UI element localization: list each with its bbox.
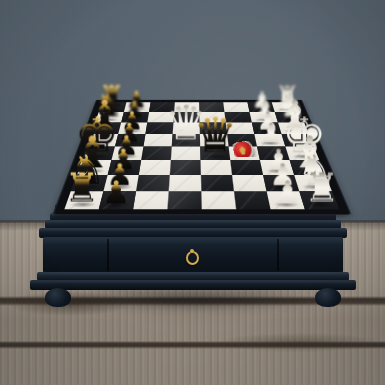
piece-shadow bbox=[121, 129, 142, 133]
board-square: ♞ bbox=[70, 175, 107, 191]
board-square: ♜ bbox=[299, 191, 339, 209]
board-square bbox=[230, 160, 263, 175]
board-square bbox=[86, 134, 118, 146]
board-square bbox=[223, 102, 249, 112]
board-square: ♝ bbox=[277, 123, 308, 134]
board-square: ♞ bbox=[94, 112, 123, 123]
board-square bbox=[200, 160, 231, 175]
board-square: ♝ bbox=[76, 160, 111, 175]
board-square bbox=[169, 160, 200, 175]
piece-shadow bbox=[115, 154, 138, 159]
board-square: ♟ bbox=[118, 123, 147, 134]
board-square: ♟ bbox=[262, 175, 298, 191]
piece-shadow bbox=[68, 201, 95, 208]
piece-shadow bbox=[279, 118, 300, 122]
board-square: ♟ bbox=[254, 134, 285, 146]
black-bishop: ♝ bbox=[87, 95, 122, 134]
board-square bbox=[200, 175, 233, 191]
piece-shadow bbox=[256, 129, 277, 133]
board-square bbox=[233, 191, 269, 209]
board-square bbox=[138, 160, 170, 175]
board-square: ♝ bbox=[289, 160, 325, 175]
piece-shadow bbox=[272, 201, 299, 208]
board-square: ♛ bbox=[171, 134, 199, 146]
board-square bbox=[225, 123, 254, 134]
board-square bbox=[149, 102, 175, 112]
board-square bbox=[199, 134, 228, 146]
board-grid: ♜♟♟♜♞♟♟♞♝♟♟♝♟♛♟♚♟♛♚♝♟♟♝♞♟♟♞♜♟♟♜ bbox=[64, 102, 339, 209]
board-square bbox=[228, 147, 259, 161]
piece-shadow bbox=[102, 108, 122, 112]
board-square: ♟ bbox=[266, 191, 304, 209]
piece-shadow bbox=[118, 141, 140, 146]
piece-shadow bbox=[127, 108, 146, 112]
board-3d-stage: ♜♟♟♜♞♟♟♞♝♟♟♝♟♛♟♚♟♛♚♝♟♟♝♞♟♟♞♜♟♟♜ bbox=[0, 0, 385, 385]
black-pawn: ♟ bbox=[126, 89, 147, 112]
piece-shadow bbox=[103, 201, 130, 208]
piece-shadow bbox=[276, 108, 296, 112]
board-square: ♞ bbox=[274, 112, 303, 123]
board-square: ♟ bbox=[259, 160, 293, 175]
board-square bbox=[201, 191, 236, 209]
piece-shadow bbox=[94, 129, 115, 133]
board-square bbox=[256, 147, 289, 161]
piece-shadow bbox=[80, 168, 105, 173]
board-square: ♟ bbox=[123, 102, 150, 112]
board-square bbox=[172, 123, 199, 134]
piece-shadow bbox=[111, 168, 135, 173]
board-square: ♛ bbox=[200, 147, 230, 161]
board-square: ♜ bbox=[271, 102, 299, 112]
piece-shadow bbox=[291, 154, 315, 159]
board-square: ♟ bbox=[107, 160, 141, 175]
board-square bbox=[167, 191, 201, 209]
board-square bbox=[231, 175, 266, 191]
piece-shadow bbox=[124, 118, 144, 122]
board-square: ♟ bbox=[121, 112, 149, 123]
board-square bbox=[281, 134, 313, 146]
piece-shadow bbox=[85, 154, 109, 159]
board-square bbox=[147, 112, 174, 123]
gold-crest-icon bbox=[238, 145, 247, 154]
piece-shadow bbox=[268, 184, 294, 190]
piece-shadow bbox=[175, 141, 196, 146]
piece-shadow bbox=[265, 168, 289, 173]
board-square bbox=[143, 134, 172, 146]
board-square: ♟ bbox=[103, 175, 138, 191]
board-square: ♟ bbox=[249, 112, 277, 123]
board-square: ♟ bbox=[111, 147, 143, 161]
board-square: ♚ bbox=[81, 147, 114, 161]
board-square: ♞ bbox=[294, 175, 332, 191]
board-square bbox=[145, 123, 173, 134]
board-square: ♜ bbox=[98, 102, 126, 112]
piece-shadow bbox=[295, 168, 320, 173]
board-square: ♟ bbox=[251, 123, 281, 134]
piece-shadow bbox=[98, 118, 119, 122]
piece-shadow bbox=[259, 141, 281, 146]
board-square bbox=[224, 112, 251, 123]
piece-shadow bbox=[75, 184, 101, 190]
board-square: ♟ bbox=[98, 191, 135, 209]
board-square bbox=[173, 112, 199, 123]
board-square bbox=[199, 102, 224, 112]
piece-shadow bbox=[306, 201, 334, 208]
white-pawn: ♟ bbox=[251, 89, 272, 112]
board-square bbox=[141, 147, 172, 161]
board-square bbox=[170, 147, 200, 161]
board-square: ♜ bbox=[64, 191, 103, 209]
piece-shadow bbox=[251, 108, 271, 112]
board-square: ♚ bbox=[285, 147, 319, 161]
piece-shadow bbox=[203, 154, 225, 159]
board-square bbox=[199, 112, 225, 123]
piece-shadow bbox=[107, 184, 132, 190]
board-square bbox=[135, 175, 169, 191]
chess-set-photo: ♜♟♟♜♞♟♟♞♝♟♟♝♟♛♟♚♟♛♚♝♟♟♝♞♟♟♞♜♟♟♜ bbox=[0, 0, 385, 385]
piece-shadow bbox=[283, 129, 305, 133]
white-bishop: ♝ bbox=[277, 95, 312, 134]
board-square bbox=[132, 191, 168, 209]
board-square bbox=[168, 175, 201, 191]
piece-shadow bbox=[300, 184, 326, 190]
board-square: ♟ bbox=[114, 134, 144, 146]
board-square: ♟ bbox=[247, 102, 274, 112]
chessboard: ♜♟♟♜♞♟♟♞♝♟♟♝♟♛♟♚♟♛♚♝♟♟♝♞♟♟♞♜♟♟♜ bbox=[53, 100, 349, 214]
board-square: ♝ bbox=[90, 123, 120, 134]
piece-shadow bbox=[254, 118, 274, 122]
board-square bbox=[199, 123, 226, 134]
board-square bbox=[174, 102, 199, 112]
